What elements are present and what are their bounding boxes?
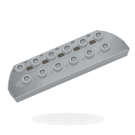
ground-reflection-core xyxy=(40,114,92,122)
lego-part xyxy=(8,29,130,102)
lego-part-render xyxy=(0,0,135,135)
product-image xyxy=(0,0,135,135)
